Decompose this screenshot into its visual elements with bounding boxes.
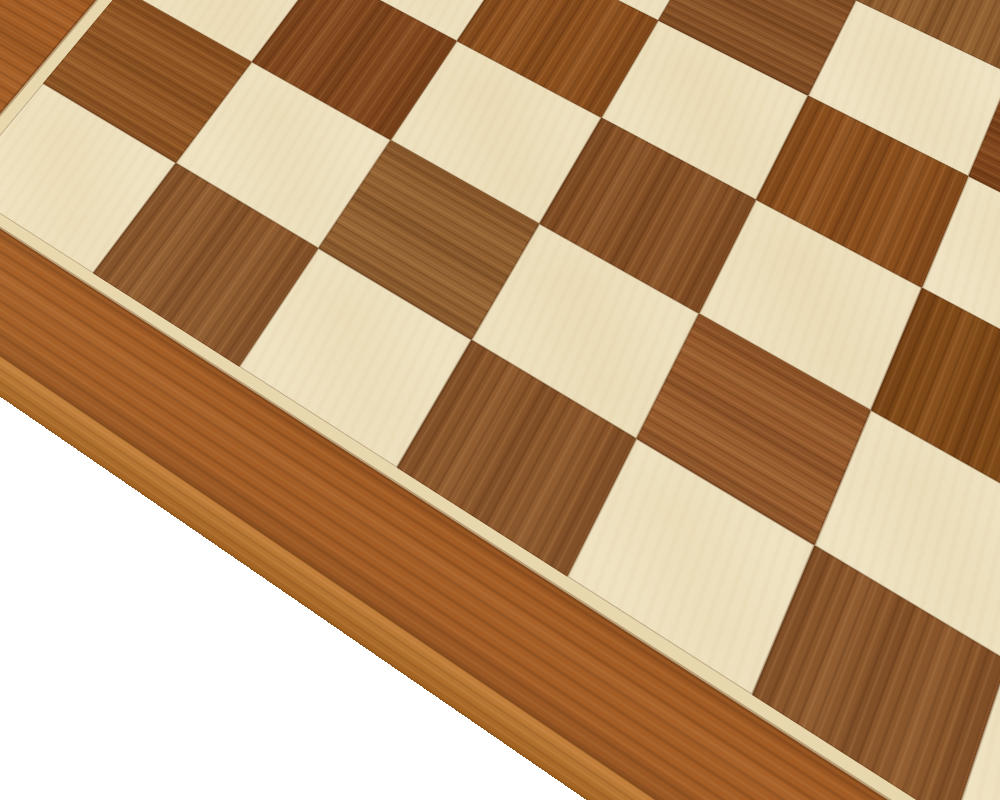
product-photo-background <box>0 0 1000 800</box>
chess-board <box>0 0 1000 800</box>
squares-grid <box>0 0 1000 800</box>
